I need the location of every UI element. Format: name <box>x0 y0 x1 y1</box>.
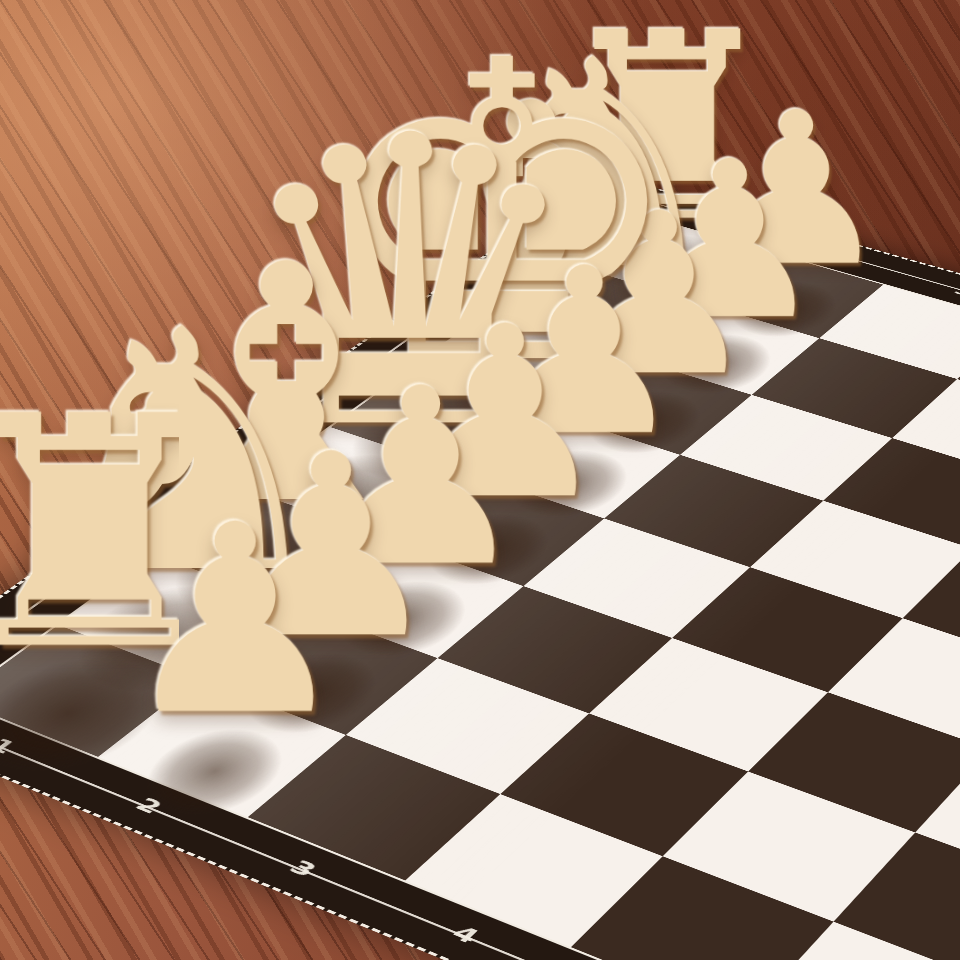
rank-label-left-2: 2 <box>119 789 177 822</box>
chess-set-photo: 1122334455667788♜♞♝♛♚♝♞♜♟♟♟♟♟♟♟♟ <box>0 0 960 960</box>
rank-label-left-3: 3 <box>273 851 332 886</box>
scene: 1122334455667788♜♞♝♛♚♝♞♜♟♟♟♟♟♟♟♟ <box>0 0 960 960</box>
rank-label-left-1: 1 <box>0 730 30 762</box>
rank-label-left-4: 4 <box>434 916 495 953</box>
chess-board: 1122334455667788♜♞♝♛♚♝♞♜♟♟♟♟♟♟♟♟ <box>0 173 960 960</box>
white-pawn-a2[interactable]: ♟ <box>81 490 387 751</box>
rank-label-right-3: 3 <box>942 281 960 302</box>
